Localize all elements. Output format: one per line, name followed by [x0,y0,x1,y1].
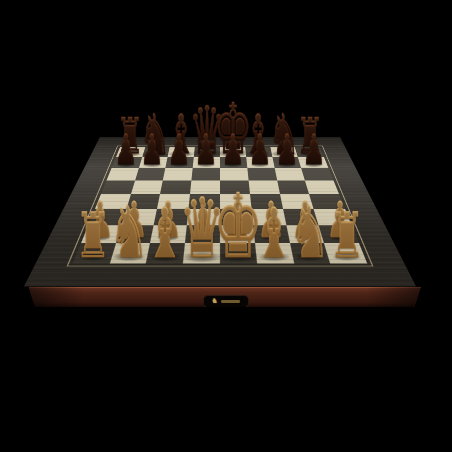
piece-black-pawn-g7[interactable]: ♟ [275,130,298,172]
brand-plaque: ♞ [203,295,249,308]
piece-black-pawn-c7[interactable]: ♟ [168,130,191,172]
piece-black-pawn-a7[interactable]: ♟ [114,130,137,172]
chessboard-photo: ♞ ♜♞♝♛♚♝♞♜♟♟♟♟♟♟♟♟♟♟♟♟♟♟♟♟♜♞♝♛♚♝♞♜ [0,0,452,452]
board-front-edge: ♞ [29,287,421,307]
piece-white-rook-a1[interactable]: ♜ [75,204,110,267]
piece-black-pawn-d7[interactable]: ♟ [195,130,218,172]
piece-black-pawn-f7[interactable]: ♟ [248,130,271,172]
piece-white-knight-b1[interactable]: ♞ [109,197,149,269]
piece-black-pawn-h7[interactable]: ♟ [302,130,325,172]
piece-white-knight-g1[interactable]: ♞ [290,197,330,269]
piece-white-rook-h1[interactable]: ♜ [329,204,364,267]
piece-white-bishop-f1[interactable]: ♝ [255,200,293,269]
brand-script [221,300,240,302]
piece-black-pawn-b7[interactable]: ♟ [141,130,164,172]
piece-black-pawn-e7[interactable]: ♟ [221,130,244,172]
knight-logo-icon: ♞ [212,298,218,305]
